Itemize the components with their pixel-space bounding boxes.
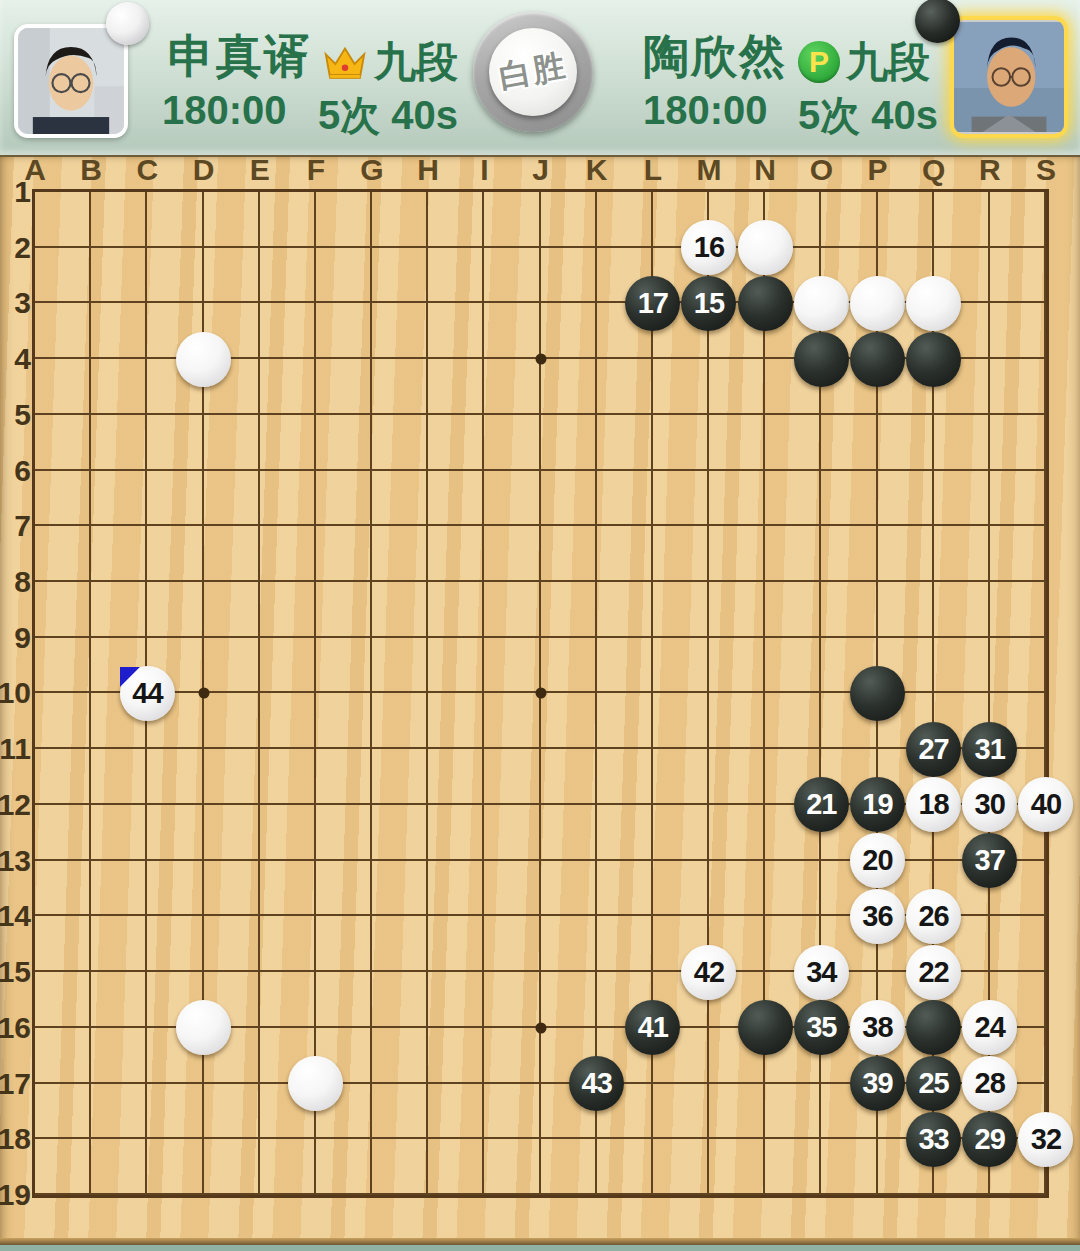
stone-P12: 19 — [850, 777, 905, 832]
stone-O12: 21 — [794, 777, 849, 832]
stone-R13: 37 — [962, 833, 1017, 888]
board-bottom-edge — [0, 1238, 1080, 1245]
stone-S18: 32 — [1018, 1112, 1073, 1167]
move-number-label: 20 — [862, 846, 892, 875]
crown-icon — [322, 42, 368, 82]
move-number-label: 21 — [806, 790, 836, 819]
left-player-photo — [18, 28, 124, 134]
stone-Q16 — [906, 1000, 961, 1055]
stone-Q3 — [906, 276, 961, 331]
move-number-label: 19 — [862, 790, 892, 819]
move-number-label: 24 — [975, 1013, 1005, 1042]
black-stone-badge — [915, 0, 960, 43]
move-number-label: 27 — [918, 735, 948, 764]
stone-C10: 44 — [120, 666, 175, 721]
right-player-avatar[interactable] — [950, 16, 1068, 138]
stone-Q15: 22 — [906, 945, 961, 1000]
stone-P3 — [850, 276, 905, 331]
left-player-main-time: 180:00 — [162, 88, 287, 133]
stone-L16: 41 — [625, 1000, 680, 1055]
stone-R11: 31 — [962, 722, 1017, 777]
stone-M3: 15 — [681, 276, 736, 331]
stone-M15: 42 — [681, 945, 736, 1000]
stone-S12: 40 — [1018, 777, 1073, 832]
stone-P13: 20 — [850, 833, 905, 888]
move-number-label: 31 — [975, 735, 1005, 764]
stone-R16: 24 — [962, 1000, 1017, 1055]
left-player-byoyomi: 5次 40s — [318, 88, 458, 143]
stone-L3: 17 — [625, 276, 680, 331]
stone-Q12: 18 — [906, 777, 961, 832]
stone-Q18: 33 — [906, 1112, 961, 1167]
stone-N16 — [738, 1000, 793, 1055]
go-board[interactable]: ABCDEFGHIJKLMNOPQRS123456789101112131415… — [0, 155, 1080, 1251]
stone-D16 — [176, 1000, 231, 1055]
result-label: 白胜 — [496, 44, 571, 99]
stone-O15: 34 — [794, 945, 849, 1000]
stone-Q4 — [906, 332, 961, 387]
left-player-rank-label: 九段 — [374, 34, 458, 90]
move-number-label: 26 — [918, 902, 948, 931]
move-number-label: 38 — [862, 1013, 892, 1042]
stone-D4 — [176, 332, 231, 387]
move-number-label: 36 — [862, 902, 892, 931]
left-player-name: 申真谞 — [168, 26, 312, 88]
left-player-avatar[interactable] — [14, 24, 128, 138]
stone-R18: 29 — [962, 1112, 1017, 1167]
left-player-rank: 九段 — [322, 34, 458, 90]
stone-K17: 43 — [569, 1056, 624, 1111]
move-number-label: 34 — [806, 958, 836, 987]
stone-O3 — [794, 276, 849, 331]
move-number-label: 43 — [582, 1069, 612, 1098]
move-number-label: 44 — [132, 679, 162, 708]
stones-layer: 1617154427312119183040203736264234224135… — [7, 164, 1074, 1223]
move-number-label: 22 — [918, 958, 948, 987]
move-number-label: 16 — [694, 233, 724, 262]
p-badge-icon: P — [798, 41, 840, 83]
right-player-rank-label: 九段 — [846, 34, 930, 90]
move-number-label: 32 — [1031, 1125, 1061, 1154]
result-button[interactable]: 白胜 — [473, 12, 593, 132]
stone-Q11: 27 — [906, 722, 961, 777]
stone-P14: 36 — [850, 889, 905, 944]
stone-R17: 28 — [962, 1056, 1017, 1111]
result-stone: 白胜 — [489, 28, 577, 116]
right-player-byoyomi: 5次 40s — [798, 88, 938, 143]
stone-R12: 30 — [962, 777, 1017, 832]
stone-P4 — [850, 332, 905, 387]
stone-F17 — [288, 1056, 343, 1111]
move-number-label: 15 — [694, 289, 724, 318]
move-number-label: 41 — [638, 1013, 668, 1042]
right-player-main-time: 180:00 — [643, 88, 768, 133]
app-bottom-strip — [0, 1245, 1080, 1251]
stone-O4 — [794, 332, 849, 387]
right-player-rank: P 九段 — [798, 34, 930, 90]
stone-P10 — [850, 666, 905, 721]
game-header: 申真谞 九段 180:00 5次 40s 白胜 陶欣然 P 九段 180:00 … — [0, 0, 1080, 157]
move-number-label: 33 — [918, 1125, 948, 1154]
stone-M2: 16 — [681, 220, 736, 275]
white-stone-badge — [106, 2, 149, 45]
stone-Q17: 25 — [906, 1056, 961, 1111]
right-player-name: 陶欣然 — [643, 26, 787, 88]
stone-O16: 35 — [794, 1000, 849, 1055]
move-number-label: 40 — [1031, 790, 1061, 819]
move-number-label: 37 — [975, 846, 1005, 875]
move-number-label: 17 — [638, 289, 668, 318]
stone-N3 — [738, 276, 793, 331]
stone-Q14: 26 — [906, 889, 961, 944]
right-player-photo — [954, 20, 1064, 134]
stone-P17: 39 — [850, 1056, 905, 1111]
move-number-label: 29 — [975, 1125, 1005, 1154]
move-number-label: 25 — [918, 1069, 948, 1098]
move-number-label: 35 — [806, 1013, 836, 1042]
move-number-label: 42 — [694, 958, 724, 987]
stone-P16: 38 — [850, 1000, 905, 1055]
move-number-label: 18 — [918, 790, 948, 819]
move-number-label: 30 — [975, 790, 1005, 819]
move-number-label: 28 — [975, 1069, 1005, 1098]
move-number-label: 39 — [862, 1069, 892, 1098]
stone-N2 — [738, 220, 793, 275]
